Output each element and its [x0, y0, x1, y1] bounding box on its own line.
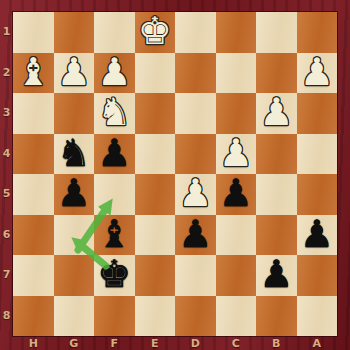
square-e4[interactable] [135, 134, 176, 175]
white-pawn[interactable]: ♟ [300, 53, 334, 91]
rank-label-3: 3 [0, 93, 13, 134]
black-bishop[interactable]: ♝ [97, 215, 131, 253]
square-d8[interactable] [175, 296, 216, 337]
square-a4[interactable] [297, 134, 338, 175]
file-label-f: F [94, 337, 135, 350]
square-a5[interactable] [297, 174, 338, 215]
square-a1[interactable] [297, 12, 338, 53]
rank-label-7: 7 [0, 255, 13, 296]
square-a3[interactable] [297, 93, 338, 134]
black-pawn[interactable]: ♟ [178, 215, 212, 253]
square-d4[interactable] [175, 134, 216, 175]
square-h4[interactable] [13, 134, 54, 175]
square-d3[interactable] [175, 93, 216, 134]
file-label-b: B [256, 337, 297, 350]
rank-label-6: 6 [0, 215, 13, 256]
black-king[interactable]: ♚ [97, 255, 131, 293]
square-g8[interactable] [54, 296, 95, 337]
chess-board-frame: ♚♝♟♟♟♞♟♞♟♟♟♟♟♝♟♟♚♟ 12345678HGFEDCBA [0, 0, 350, 350]
square-f4[interactable]: ♟ [94, 134, 135, 175]
white-pawn[interactable]: ♟ [259, 93, 293, 131]
file-label-d: D [175, 337, 216, 350]
file-label-e: E [135, 337, 176, 350]
square-g1[interactable] [54, 12, 95, 53]
square-c6[interactable] [216, 215, 257, 256]
square-b3[interactable]: ♟ [256, 93, 297, 134]
square-h1[interactable] [13, 12, 54, 53]
square-c4[interactable]: ♟ [216, 134, 257, 175]
white-king[interactable]: ♚ [138, 12, 172, 50]
square-f5[interactable] [94, 174, 135, 215]
rank-label-5: 5 [0, 174, 13, 215]
black-pawn[interactable]: ♟ [57, 174, 91, 212]
square-a8[interactable] [297, 296, 338, 337]
square-f2[interactable]: ♟ [94, 53, 135, 94]
square-c7[interactable] [216, 255, 257, 296]
square-b7[interactable]: ♟ [256, 255, 297, 296]
square-e2[interactable] [135, 53, 176, 94]
square-c5[interactable]: ♟ [216, 174, 257, 215]
square-h7[interactable] [13, 255, 54, 296]
square-a6[interactable]: ♟ [297, 215, 338, 256]
white-pawn[interactable]: ♟ [219, 134, 253, 172]
square-g6[interactable] [54, 215, 95, 256]
square-b2[interactable] [256, 53, 297, 94]
square-c2[interactable] [216, 53, 257, 94]
black-pawn[interactable]: ♟ [219, 174, 253, 212]
file-label-g: G [54, 337, 95, 350]
white-knight[interactable]: ♞ [97, 93, 131, 131]
square-a7[interactable] [297, 255, 338, 296]
square-f1[interactable] [94, 12, 135, 53]
square-f3[interactable]: ♞ [94, 93, 135, 134]
white-pawn[interactable]: ♟ [57, 53, 91, 91]
black-pawn[interactable]: ♟ [97, 134, 131, 172]
square-e5[interactable] [135, 174, 176, 215]
square-e8[interactable] [135, 296, 176, 337]
square-b6[interactable] [256, 215, 297, 256]
file-label-a: A [297, 337, 338, 350]
black-pawn[interactable]: ♟ [300, 215, 334, 253]
square-f8[interactable] [94, 296, 135, 337]
square-g2[interactable]: ♟ [54, 53, 95, 94]
square-h2[interactable]: ♝ [13, 53, 54, 94]
square-a2[interactable]: ♟ [297, 53, 338, 94]
square-c8[interactable] [216, 296, 257, 337]
black-knight[interactable]: ♞ [57, 134, 91, 172]
square-c1[interactable] [216, 12, 257, 53]
square-g5[interactable]: ♟ [54, 174, 95, 215]
square-e7[interactable] [135, 255, 176, 296]
square-f7[interactable]: ♚ [94, 255, 135, 296]
file-label-h: H [13, 337, 54, 350]
square-g4[interactable]: ♞ [54, 134, 95, 175]
square-d1[interactable] [175, 12, 216, 53]
square-h3[interactable] [13, 93, 54, 134]
black-pawn[interactable]: ♟ [259, 255, 293, 293]
square-b8[interactable] [256, 296, 297, 337]
square-b1[interactable] [256, 12, 297, 53]
square-h8[interactable] [13, 296, 54, 337]
square-d6[interactable]: ♟ [175, 215, 216, 256]
square-g3[interactable] [54, 93, 95, 134]
rank-label-8: 8 [0, 296, 13, 337]
white-bishop[interactable]: ♝ [16, 53, 50, 91]
square-d5[interactable]: ♟ [175, 174, 216, 215]
file-label-c: C [216, 337, 257, 350]
square-h5[interactable] [13, 174, 54, 215]
square-g7[interactable] [54, 255, 95, 296]
square-d2[interactable] [175, 53, 216, 94]
rank-label-1: 1 [0, 12, 13, 53]
square-d7[interactable] [175, 255, 216, 296]
square-c3[interactable] [216, 93, 257, 134]
chess-board: ♚♝♟♟♟♞♟♞♟♟♟♟♟♝♟♟♚♟ [13, 12, 337, 336]
white-pawn[interactable]: ♟ [178, 174, 212, 212]
square-f6[interactable]: ♝ [94, 215, 135, 256]
square-b4[interactable] [256, 134, 297, 175]
rank-label-2: 2 [0, 53, 13, 94]
square-b5[interactable] [256, 174, 297, 215]
white-pawn[interactable]: ♟ [97, 53, 131, 91]
square-h6[interactable] [13, 215, 54, 256]
rank-label-4: 4 [0, 134, 13, 175]
square-e6[interactable] [135, 215, 176, 256]
square-e3[interactable] [135, 93, 176, 134]
square-e1[interactable]: ♚ [135, 12, 176, 53]
